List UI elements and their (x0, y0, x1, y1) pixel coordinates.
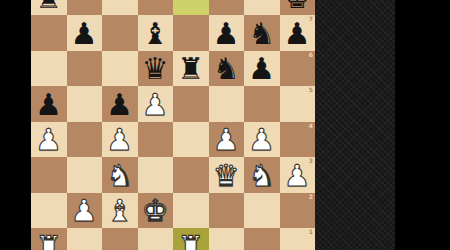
square-a2[interactable] (31, 193, 67, 229)
square-e4[interactable] (173, 122, 209, 158)
square-c7[interactable] (102, 15, 138, 51)
square-c4[interactable]: ♟ (102, 122, 138, 158)
square-g6[interactable]: ♟ (244, 51, 280, 87)
rank-label-5: 5 (309, 87, 313, 93)
square-e8[interactable] (173, 0, 209, 15)
square-g2[interactable] (244, 193, 280, 229)
piece-black-rook[interactable]: ♜ (177, 54, 204, 84)
piece-black-knight[interactable]: ♞ (248, 19, 275, 49)
square-b1[interactable] (67, 228, 103, 250)
chess-board[interactable]: ♜♚8♟♝♟♞♟7♛♜♞♟6♟♟♟5♟♟♟♟4♞♛♞♟3♟♝♚2♜♜1 (31, 0, 315, 250)
square-d4[interactable] (138, 122, 174, 158)
square-d7[interactable]: ♝ (138, 15, 174, 51)
square-c6[interactable] (102, 51, 138, 87)
square-e5[interactable] (173, 86, 209, 122)
piece-black-knight[interactable]: ♞ (213, 54, 240, 84)
square-a7[interactable] (31, 15, 67, 51)
square-h7[interactable]: ♟7 (280, 15, 316, 51)
rank-label-3: 3 (309, 158, 313, 164)
square-f1[interactable] (209, 228, 245, 250)
square-b8[interactable] (67, 0, 103, 15)
piece-white-pawn[interactable]: ♟ (35, 125, 62, 155)
square-b4[interactable] (67, 122, 103, 158)
piece-white-queen[interactable]: ♛ (213, 161, 240, 191)
square-e3[interactable] (173, 157, 209, 193)
square-c1[interactable] (102, 228, 138, 250)
piece-white-bishop[interactable]: ♝ (106, 196, 133, 226)
square-f4[interactable]: ♟ (209, 122, 245, 158)
square-a1[interactable]: ♜ (31, 228, 67, 250)
square-f2[interactable] (209, 193, 245, 229)
square-h8[interactable]: ♚8 (280, 0, 316, 15)
square-g3[interactable]: ♞ (244, 157, 280, 193)
screenshot-viewport: ♜♚8♟♝♟♞♟7♛♜♞♟6♟♟♟5♟♟♟♟4♞♛♞♟3♟♝♚2♜♜1 (0, 0, 450, 250)
square-c5[interactable]: ♟ (102, 86, 138, 122)
piece-white-knight[interactable]: ♞ (106, 161, 133, 191)
square-g4[interactable]: ♟ (244, 122, 280, 158)
piece-white-pawn[interactable]: ♟ (213, 125, 240, 155)
square-a6[interactable] (31, 51, 67, 87)
piece-black-pawn[interactable]: ♟ (106, 90, 133, 120)
square-f5[interactable] (209, 86, 245, 122)
rank-label-1: 1 (309, 229, 313, 235)
square-e7[interactable] (173, 15, 209, 51)
square-h1[interactable]: 1 (280, 228, 316, 250)
square-g7[interactable]: ♞ (244, 15, 280, 51)
square-a8[interactable]: ♜ (31, 0, 67, 15)
square-c8[interactable] (102, 0, 138, 15)
square-h4[interactable]: 4 (280, 122, 316, 158)
square-b2[interactable]: ♟ (67, 193, 103, 229)
square-e2[interactable] (173, 193, 209, 229)
square-h6[interactable]: 6 (280, 51, 316, 87)
piece-black-pawn[interactable]: ♟ (71, 19, 98, 49)
piece-black-rook[interactable]: ♜ (35, 0, 62, 13)
square-d2[interactable]: ♚ (138, 193, 174, 229)
square-f6[interactable]: ♞ (209, 51, 245, 87)
piece-white-rook[interactable]: ♜ (177, 232, 204, 250)
square-a4[interactable]: ♟ (31, 122, 67, 158)
piece-black-bishop[interactable]: ♝ (142, 19, 169, 49)
rank-label-7: 7 (309, 16, 313, 22)
piece-white-pawn[interactable]: ♟ (284, 161, 311, 191)
square-d8[interactable] (138, 0, 174, 15)
piece-black-pawn[interactable]: ♟ (284, 19, 311, 49)
square-d1[interactable] (138, 228, 174, 250)
square-b7[interactable]: ♟ (67, 15, 103, 51)
square-d5[interactable]: ♟ (138, 86, 174, 122)
piece-white-king[interactable]: ♚ (142, 196, 169, 226)
square-g5[interactable] (244, 86, 280, 122)
square-b3[interactable] (67, 157, 103, 193)
square-c2[interactable]: ♝ (102, 193, 138, 229)
piece-white-pawn[interactable]: ♟ (248, 125, 275, 155)
square-f7[interactable]: ♟ (209, 15, 245, 51)
square-d3[interactable] (138, 157, 174, 193)
square-f3[interactable]: ♛ (209, 157, 245, 193)
square-h2[interactable]: 2 (280, 193, 316, 229)
rank-label-2: 2 (309, 194, 313, 200)
square-h3[interactable]: ♟3 (280, 157, 316, 193)
square-e6[interactable]: ♜ (173, 51, 209, 87)
square-a3[interactable] (31, 157, 67, 193)
square-f8[interactable] (209, 0, 245, 15)
square-h5[interactable]: 5 (280, 86, 316, 122)
rank-label-4: 4 (309, 123, 313, 129)
square-c3[interactable]: ♞ (102, 157, 138, 193)
piece-white-knight[interactable]: ♞ (248, 161, 275, 191)
piece-black-king[interactable]: ♚ (284, 0, 311, 13)
piece-white-pawn[interactable]: ♟ (142, 90, 169, 120)
piece-white-pawn[interactable]: ♟ (106, 125, 133, 155)
piece-black-pawn[interactable]: ♟ (35, 90, 62, 120)
piece-black-pawn[interactable]: ♟ (248, 54, 275, 84)
square-g8[interactable] (244, 0, 280, 15)
piece-white-pawn[interactable]: ♟ (71, 196, 98, 226)
square-b6[interactable] (67, 51, 103, 87)
square-a5[interactable]: ♟ (31, 86, 67, 122)
piece-black-pawn[interactable]: ♟ (213, 19, 240, 49)
square-g1[interactable] (244, 228, 280, 250)
square-d6[interactable]: ♛ (138, 51, 174, 87)
piece-black-queen[interactable]: ♛ (142, 54, 169, 84)
square-e1[interactable]: ♜ (173, 228, 209, 250)
piece-white-rook[interactable]: ♜ (35, 232, 62, 250)
square-b5[interactable] (67, 86, 103, 122)
rank-label-6: 6 (309, 52, 313, 58)
